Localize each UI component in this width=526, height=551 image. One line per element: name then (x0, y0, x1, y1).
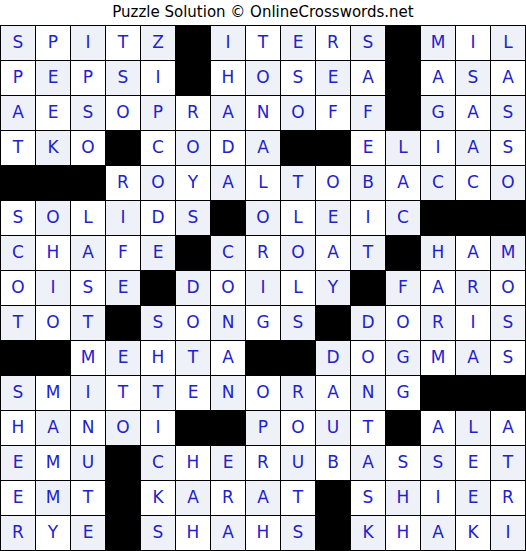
letter-cell: O (281, 236, 315, 270)
black-cell (106, 306, 140, 340)
letter-cell: B (351, 166, 385, 200)
black-cell (386, 61, 420, 95)
letter-cell: T (106, 26, 140, 60)
letter-cell: S (141, 516, 175, 550)
letter-cell: A (211, 166, 245, 200)
black-cell (141, 271, 175, 305)
letter-cell: R (491, 481, 525, 515)
letter-cell: M (71, 341, 105, 375)
letter-cell: E (211, 446, 245, 480)
letter-cell: C (421, 166, 455, 200)
letter-cell: S (386, 446, 420, 480)
letter-cell: A (456, 236, 490, 270)
letter-cell: S (456, 61, 490, 95)
letter-cell: F (106, 236, 140, 270)
black-cell (456, 376, 490, 410)
letter-cell: A (386, 166, 420, 200)
letter-cell: H (176, 516, 210, 550)
letter-cell: R (246, 236, 280, 270)
letter-cell: O (281, 96, 315, 130)
letter-cell: E (281, 26, 315, 60)
letter-cell: O (176, 131, 210, 165)
letter-cell: N (211, 306, 245, 340)
letter-cell: O (491, 166, 525, 200)
black-cell (106, 131, 140, 165)
black-cell (176, 26, 210, 60)
letter-cell: I (71, 376, 105, 410)
black-cell (176, 411, 210, 445)
letter-cell: I (421, 131, 455, 165)
letter-cell: L (71, 201, 105, 235)
letter-cell: D (211, 131, 245, 165)
letter-cell: L (386, 131, 420, 165)
letter-cell: H (386, 516, 420, 550)
letter-cell: A (421, 61, 455, 95)
letter-cell: L (281, 271, 315, 305)
crossword-solution-page: Puzzle Solution © OnlineCrosswords.net S… (0, 0, 526, 551)
black-cell (176, 61, 210, 95)
letter-cell: F (386, 271, 420, 305)
letter-cell: L (246, 166, 280, 200)
letter-cell: E (71, 516, 105, 550)
letter-cell: O (106, 411, 140, 445)
letter-cell: I (491, 516, 525, 550)
letter-cell: G (246, 306, 280, 340)
letter-cell: K (456, 516, 490, 550)
letter-cell: O (36, 201, 70, 235)
letter-cell: T (71, 306, 105, 340)
letter-cell: R (421, 306, 455, 340)
letter-cell: D (176, 271, 210, 305)
letter-cell: A (211, 96, 245, 130)
black-cell (421, 376, 455, 410)
letter-cell: I (141, 411, 175, 445)
letter-cell: O (351, 341, 385, 375)
letter-cell: R (246, 446, 280, 480)
letter-cell: K (36, 131, 70, 165)
letter-cell: M (491, 236, 525, 270)
letter-cell: O (246, 61, 280, 95)
letter-cell: M (421, 26, 455, 60)
letter-cell: L (281, 201, 315, 235)
letter-cell: S (1, 376, 35, 410)
letter-cell: P (1, 61, 35, 95)
letter-cell: A (1, 96, 35, 130)
letter-cell: K (141, 481, 175, 515)
letter-cell: K (351, 516, 385, 550)
letter-cell: I (36, 271, 70, 305)
letter-cell: P (246, 411, 280, 445)
black-cell (1, 341, 35, 375)
letter-cell: T (351, 236, 385, 270)
letter-cell: E (456, 446, 490, 480)
page-title: Puzzle Solution © OnlineCrosswords.net (0, 0, 526, 25)
letter-cell: N (246, 96, 280, 130)
letter-cell: C (456, 166, 490, 200)
letter-cell: B (316, 446, 350, 480)
letter-cell: S (106, 61, 140, 95)
letter-cell: S (1, 201, 35, 235)
letter-cell: N (351, 376, 385, 410)
letter-cell: O (246, 376, 280, 410)
letter-cell: C (1, 236, 35, 270)
letter-cell: S (71, 271, 105, 305)
letter-cell: S (141, 306, 175, 340)
letter-cell: A (491, 61, 525, 95)
letter-cell: I (106, 201, 140, 235)
letter-cell: I (351, 201, 385, 235)
letter-cell: O (491, 271, 525, 305)
black-cell (386, 26, 420, 60)
letter-cell: R (1, 516, 35, 550)
letter-cell: A (421, 516, 455, 550)
letter-cell: A (351, 446, 385, 480)
letter-cell: S (1, 26, 35, 60)
letter-cell: P (71, 61, 105, 95)
letter-cell: E (1, 446, 35, 480)
black-cell (36, 166, 70, 200)
letter-cell: T (1, 131, 35, 165)
letter-cell: E (316, 61, 350, 95)
letter-cell: O (246, 201, 280, 235)
letter-cell: A (316, 376, 350, 410)
letter-cell: T (106, 376, 140, 410)
letter-cell: M (421, 341, 455, 375)
letter-cell: R (456, 271, 490, 305)
letter-cell: H (141, 341, 175, 375)
letter-cell: S (281, 516, 315, 550)
letter-cell: O (1, 271, 35, 305)
letter-cell: A (491, 411, 525, 445)
letter-cell: Y (176, 166, 210, 200)
black-cell (211, 201, 245, 235)
letter-cell: A (211, 516, 245, 550)
letter-cell: O (106, 96, 140, 130)
crossword-grid: SPITZITERSMILPEPSIHOSEAASAAESOPRANOFFGAS… (0, 25, 526, 551)
letter-cell: C (141, 131, 175, 165)
letter-cell: S (351, 26, 385, 60)
letter-cell: O (176, 306, 210, 340)
letter-cell: G (421, 96, 455, 130)
letter-cell: T (71, 481, 105, 515)
letter-cell: I (211, 26, 245, 60)
letter-cell: H (176, 446, 210, 480)
letter-cell: T (351, 411, 385, 445)
letter-cell: T (1, 306, 35, 340)
letter-cell: S (351, 481, 385, 515)
letter-cell: O (141, 166, 175, 200)
black-cell (176, 236, 210, 270)
letter-cell: A (211, 341, 245, 375)
black-cell (386, 411, 420, 445)
letter-cell: A (36, 411, 70, 445)
letter-cell: E (106, 271, 140, 305)
letter-cell: S (491, 96, 525, 130)
black-cell (1, 166, 35, 200)
letter-cell: A (246, 481, 280, 515)
letter-cell: L (456, 411, 490, 445)
letter-cell: G (386, 341, 420, 375)
letter-cell: D (351, 306, 385, 340)
letter-cell: R (211, 481, 245, 515)
black-cell (421, 201, 455, 235)
letter-cell: E (141, 236, 175, 270)
letter-cell: I (141, 61, 175, 95)
letter-cell: D (141, 201, 175, 235)
letter-cell: S (71, 96, 105, 130)
letter-cell: T (141, 376, 175, 410)
letter-cell: A (316, 236, 350, 270)
black-cell (386, 236, 420, 270)
black-cell (316, 516, 350, 550)
black-cell (106, 481, 140, 515)
letter-cell: L (491, 26, 525, 60)
letter-cell: S (491, 131, 525, 165)
letter-cell: E (106, 341, 140, 375)
letter-cell: C (386, 201, 420, 235)
letter-cell: O (211, 271, 245, 305)
letter-cell: U (316, 411, 350, 445)
black-cell (211, 411, 245, 445)
letter-cell: Y (316, 271, 350, 305)
black-cell (281, 341, 315, 375)
letter-cell: M (36, 446, 70, 480)
letter-cell: E (351, 131, 385, 165)
letter-cell: T (176, 341, 210, 375)
letter-cell: A (246, 131, 280, 165)
letter-cell: E (316, 201, 350, 235)
letter-cell: N (71, 411, 105, 445)
letter-cell: T (491, 446, 525, 480)
black-cell (246, 341, 280, 375)
letter-cell: A (456, 131, 490, 165)
black-cell (351, 271, 385, 305)
letter-cell: R (176, 96, 210, 130)
black-cell (491, 376, 525, 410)
letter-cell: N (211, 376, 245, 410)
letter-cell: M (36, 376, 70, 410)
letter-cell: Z (141, 26, 175, 60)
letter-cell: I (456, 26, 490, 60)
letter-cell: H (246, 516, 280, 550)
letter-cell: E (456, 481, 490, 515)
letter-cell: I (456, 306, 490, 340)
letter-cell: A (421, 411, 455, 445)
letter-cell: H (421, 236, 455, 270)
letter-cell: H (211, 61, 245, 95)
letter-cell: G (386, 376, 420, 410)
letter-cell: U (71, 446, 105, 480)
letter-cell: O (281, 411, 315, 445)
letter-cell: R (106, 166, 140, 200)
letter-cell: E (36, 61, 70, 95)
black-cell (106, 446, 140, 480)
letter-cell: F (351, 96, 385, 130)
black-cell (316, 306, 350, 340)
letter-cell: I (421, 481, 455, 515)
letter-cell: A (421, 271, 455, 305)
letter-cell: S (491, 341, 525, 375)
letter-cell: O (316, 166, 350, 200)
letter-cell: T (281, 166, 315, 200)
letter-cell: R (316, 26, 350, 60)
letter-cell: O (71, 131, 105, 165)
letter-cell: E (1, 481, 35, 515)
black-cell (456, 201, 490, 235)
letter-cell: A (176, 481, 210, 515)
letter-cell: S (421, 446, 455, 480)
letter-cell: T (246, 26, 280, 60)
letter-cell: I (71, 26, 105, 60)
black-cell (106, 516, 140, 550)
letter-cell: O (386, 306, 420, 340)
black-cell (316, 131, 350, 165)
letter-cell: A (456, 96, 490, 130)
letter-cell: S (281, 306, 315, 340)
letter-cell: H (36, 236, 70, 270)
letter-cell: H (386, 481, 420, 515)
black-cell (491, 201, 525, 235)
letter-cell: S (491, 306, 525, 340)
letter-cell: P (36, 26, 70, 60)
letter-cell: D (316, 341, 350, 375)
black-cell (36, 341, 70, 375)
letter-cell: F (316, 96, 350, 130)
black-cell (386, 96, 420, 130)
letter-cell: O (36, 306, 70, 340)
letter-cell: C (211, 236, 245, 270)
black-cell (281, 131, 315, 165)
letter-cell: P (141, 96, 175, 130)
letter-cell: U (281, 446, 315, 480)
letter-cell: T (281, 481, 315, 515)
letter-cell: Y (36, 516, 70, 550)
letter-cell: M (36, 481, 70, 515)
letter-cell: C (141, 446, 175, 480)
black-cell (316, 481, 350, 515)
letter-cell: E (36, 96, 70, 130)
letter-cell: A (456, 341, 490, 375)
letter-cell: R (281, 376, 315, 410)
letter-cell: A (71, 236, 105, 270)
letter-cell: H (1, 411, 35, 445)
black-cell (71, 166, 105, 200)
letter-cell: S (176, 201, 210, 235)
letter-cell: E (176, 376, 210, 410)
letter-cell: S (281, 61, 315, 95)
letter-cell: I (246, 271, 280, 305)
letter-cell: A (351, 61, 385, 95)
